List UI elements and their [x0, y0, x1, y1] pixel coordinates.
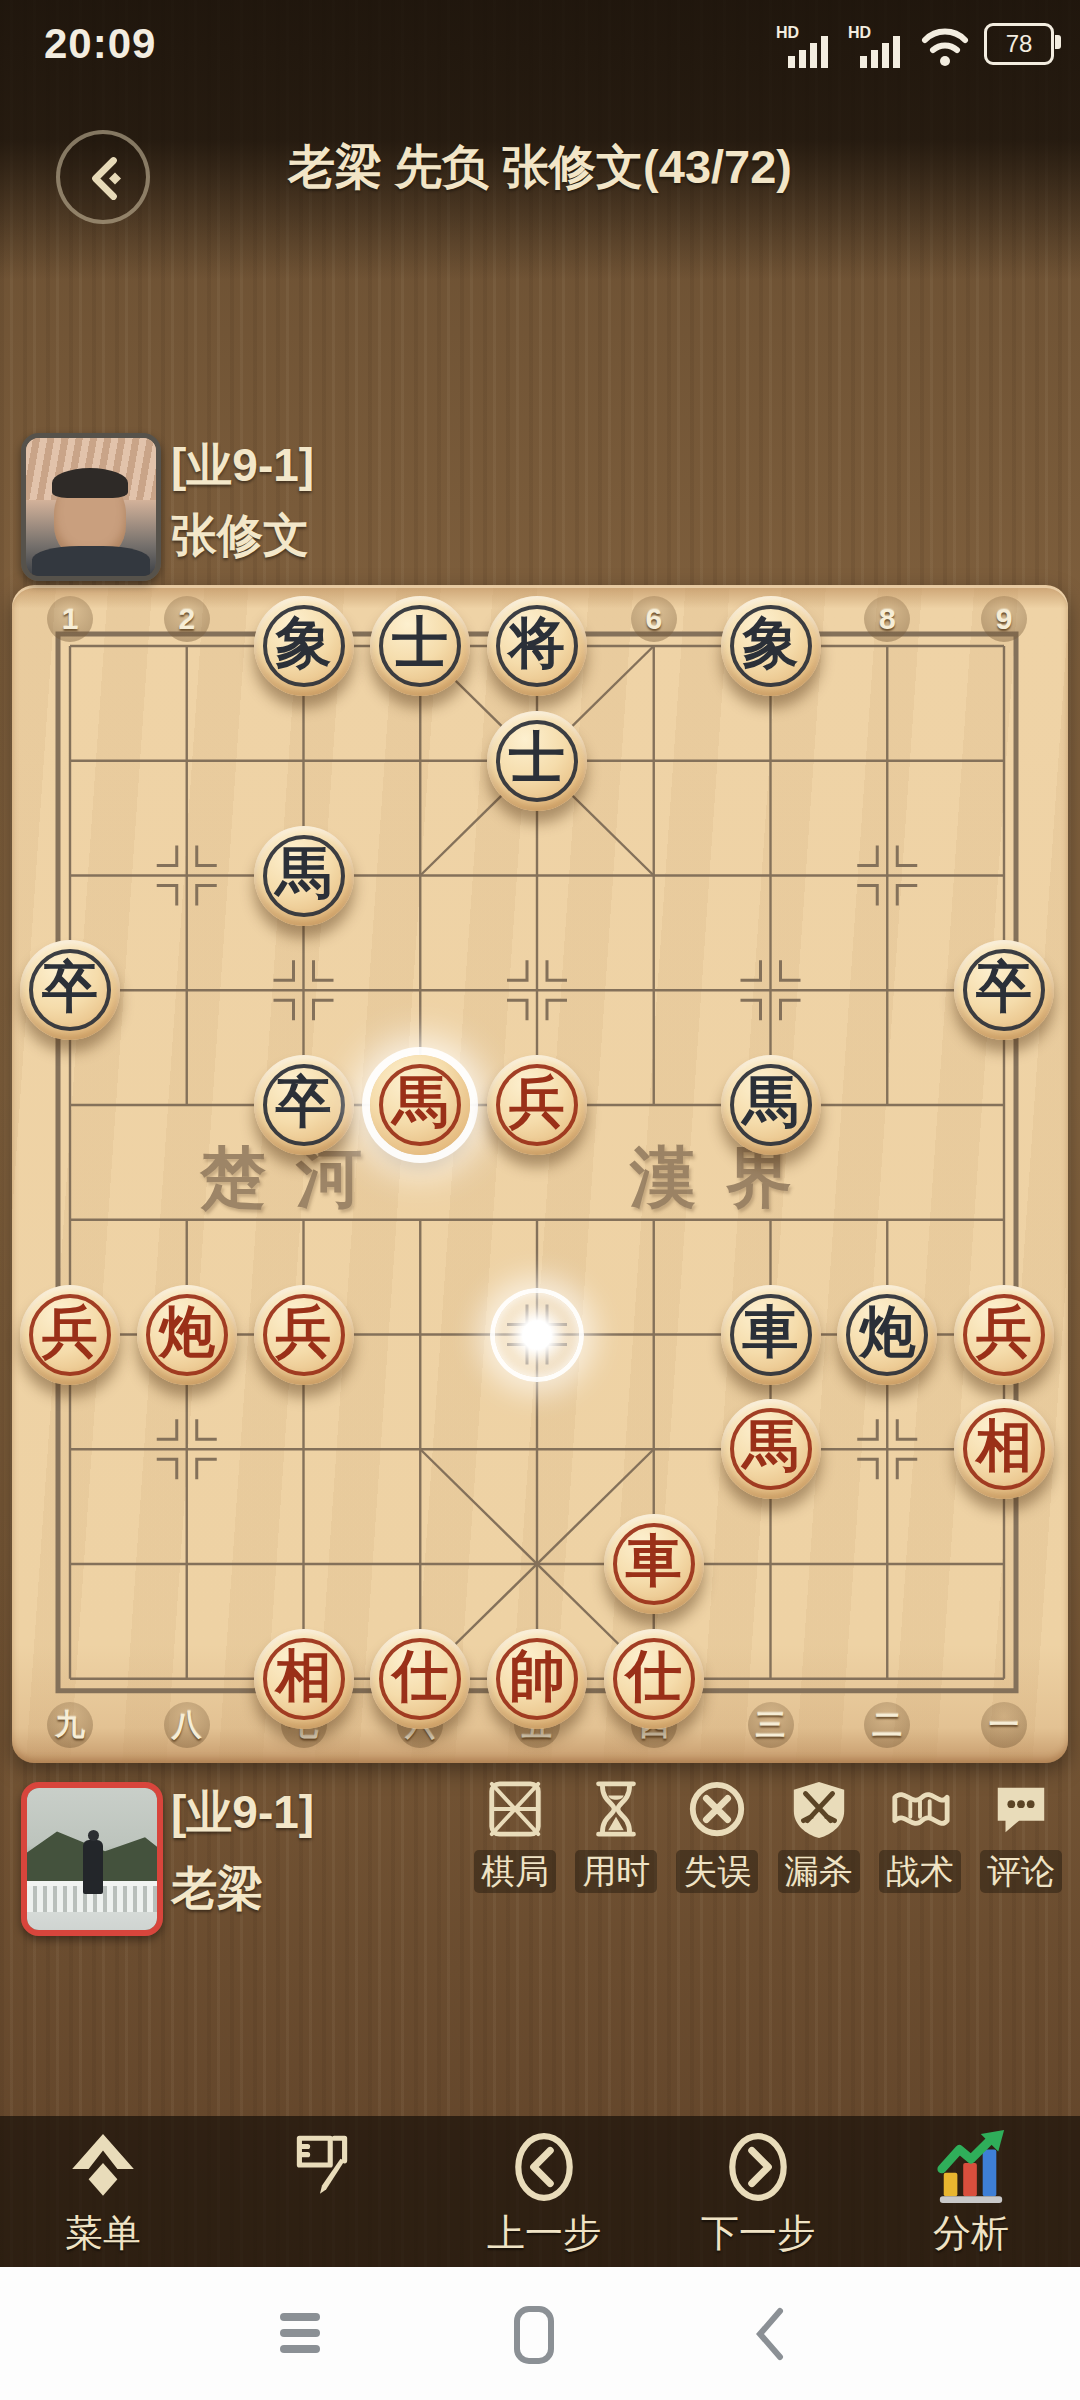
xiangqi-piece-馬[interactable]: 馬	[254, 826, 354, 926]
mistake-icon	[686, 1778, 748, 1840]
player-bottom-name: 老梁	[171, 1858, 263, 1920]
xiangqi-piece-馬[interactable]: 馬	[721, 1055, 821, 1155]
xiangqi-piece-兵[interactable]: 兵	[954, 1285, 1054, 1385]
player-bottom-rank: [业9-1]	[171, 1782, 314, 1844]
battery-percent: 78	[1006, 30, 1033, 58]
hd-signal-icon: HD	[848, 24, 906, 68]
file-label-top: 8	[864, 596, 910, 642]
nav-label: 菜单	[65, 2208, 141, 2259]
board-icon	[484, 1778, 546, 1840]
xiangqi-piece-炮[interactable]: 炮	[137, 1285, 237, 1385]
toolbar-item-comment[interactable]: 评论	[974, 1778, 1068, 1893]
menu-arrow-icon	[66, 2130, 140, 2204]
xiangqi-piece-兵[interactable]: 兵	[487, 1055, 587, 1155]
xiangqi-piece-馬[interactable]: 馬	[370, 1055, 470, 1155]
clock-time: 20:09	[44, 20, 156, 68]
title-bar: 老梁 先负 张修文(43/72)	[0, 118, 1080, 228]
nav-label: 下一步	[701, 2208, 815, 2259]
avatar-photo	[26, 438, 156, 576]
toolbar-item-tactics[interactable]: 战术	[873, 1778, 967, 1893]
toolbar-item-label: 漏杀	[778, 1850, 860, 1893]
file-label-top: 6	[631, 596, 677, 642]
status-bar: 20:09 HD HD 78	[0, 14, 1080, 70]
comment-icon	[990, 1778, 1052, 1840]
player-top: [业9-1] 张修文	[0, 433, 540, 583]
xiangqi-piece-兵[interactable]: 兵	[20, 1285, 120, 1385]
xiangqi-piece-炮[interactable]: 炮	[837, 1285, 937, 1385]
xiangqi-piece-士[interactable]: 士	[370, 596, 470, 696]
toolbar-item-time[interactable]: 用时	[569, 1778, 663, 1893]
nav-prev-step[interactable]: 上一步	[469, 2130, 619, 2259]
analysis-chart-icon	[934, 2130, 1008, 2204]
xiangqi-piece-仕[interactable]: 仕	[604, 1629, 704, 1729]
toolbar-item-board[interactable]: 棋局	[468, 1778, 562, 1893]
avatar-photo	[27, 1788, 157, 1930]
system-nav-bar	[0, 2267, 1080, 2400]
file-label-bottom: 八	[164, 1702, 210, 1748]
xiangqi-piece-相[interactable]: 相	[954, 1399, 1054, 1499]
toolbar-item-label: 战术	[879, 1850, 961, 1893]
xiangqi-piece-相[interactable]: 相	[254, 1629, 354, 1729]
file-label-top: 9	[981, 596, 1027, 642]
svg-text:HD: HD	[776, 24, 799, 41]
xiangqi-piece-車[interactable]: 車	[721, 1285, 821, 1385]
file-label-top: 1	[47, 596, 93, 642]
hd-signal-icon: HD	[776, 24, 834, 68]
tactics-icon	[889, 1778, 951, 1840]
bottom-nav-bar: 菜单 上一步 下一步 分析	[0, 2116, 1080, 2268]
nav-game-book[interactable]	[247, 2130, 397, 2208]
xiangqi-piece-帥[interactable]: 帥	[487, 1629, 587, 1729]
file-label-bottom: 二	[864, 1702, 910, 1748]
file-label-bottom: 三	[748, 1702, 794, 1748]
toolbar-item-label: 评论	[980, 1850, 1062, 1893]
file-label-bottom: 一	[981, 1702, 1027, 1748]
player-top-rank: [业9-1]	[171, 435, 314, 497]
xiangqi-piece-士[interactable]: 士	[487, 711, 587, 811]
xiangqi-board[interactable]: 楚河 漢界 123456789九八七六五四三二一 象士将象士馬卒卒卒馬兵馬兵炮兵…	[12, 585, 1068, 1763]
prev-step-icon	[507, 2130, 581, 2204]
toolbar-item-label: 棋局	[474, 1850, 556, 1893]
nav-next-step[interactable]: 下一步	[683, 2130, 833, 2259]
nav-label: 分析	[933, 2208, 1009, 2259]
nav-menu[interactable]: 菜单	[28, 2130, 178, 2259]
page-title: 老梁 先负 张修文(43/72)	[0, 136, 1080, 199]
toolbar-item-label: 用时	[575, 1850, 657, 1893]
xiangqi-piece-仕[interactable]: 仕	[370, 1629, 470, 1729]
hourglass-icon	[585, 1778, 647, 1840]
xiangqi-piece-兵[interactable]: 兵	[254, 1285, 354, 1385]
missed-kill-icon	[788, 1778, 850, 1840]
svg-text:HD: HD	[848, 24, 871, 41]
xiangqi-piece-馬[interactable]: 馬	[721, 1399, 821, 1499]
next-step-icon	[721, 2130, 795, 2204]
xiangqi-piece-車[interactable]: 車	[604, 1514, 704, 1614]
last-move-origin-marker	[490, 1288, 584, 1382]
xiangqi-piece-卒[interactable]: 卒	[254, 1055, 354, 1155]
review-toolbar: 棋局 用时 失误 漏杀 战术 评论	[468, 1778, 1068, 1893]
player-bottom: [业9-1] 老梁	[0, 1782, 460, 1942]
home-icon[interactable]	[512, 2305, 556, 2365]
xiangqi-piece-象[interactable]: 象	[721, 596, 821, 696]
xiangqi-piece-将[interactable]: 将	[487, 596, 587, 696]
nav-analysis[interactable]: 分析	[896, 2130, 1046, 2259]
xiangqi-piece-卒[interactable]: 卒	[20, 940, 120, 1040]
wifi-icon	[920, 24, 970, 68]
toolbar-item-label: 失误	[676, 1850, 758, 1893]
toolbar-item-mistake[interactable]: 失误	[670, 1778, 764, 1893]
nav-label: 上一步	[487, 2208, 601, 2259]
file-label-bottom: 九	[47, 1702, 93, 1748]
avatar-bottom-player[interactable]	[21, 1782, 163, 1936]
xiangqi-piece-象[interactable]: 象	[254, 596, 354, 696]
game-book-icon	[285, 2130, 359, 2204]
back-icon[interactable]	[752, 2305, 788, 2363]
avatar-top-player[interactable]	[21, 433, 161, 581]
player-top-name: 张修文	[171, 505, 309, 567]
recents-icon[interactable]	[276, 2305, 324, 2361]
file-label-top: 2	[164, 596, 210, 642]
xiangqi-piece-卒[interactable]: 卒	[954, 940, 1054, 1040]
battery-icon: 78	[984, 23, 1054, 65]
toolbar-item-missed-kill[interactable]: 漏杀	[772, 1778, 866, 1893]
